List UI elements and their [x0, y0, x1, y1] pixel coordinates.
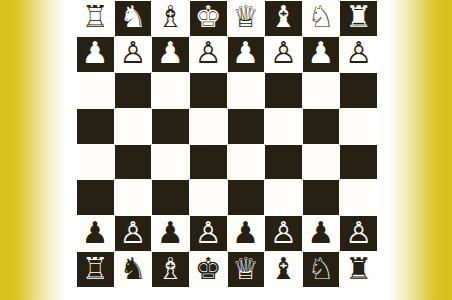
piece-black-king: ♚	[195, 254, 222, 284]
square-b7[interactable]: ♙	[115, 37, 152, 72]
square-d5[interactable]	[190, 109, 227, 144]
square-g2[interactable]: ♟	[303, 216, 340, 251]
square-f1[interactable]: ♝	[265, 252, 302, 287]
square-h7[interactable]: ♙	[340, 37, 377, 72]
page-background: ♖♞♗♚♕♝♘♜♟♙♟♙♟♙♟♙♟♙♟♙♟♙♟♙♖♞♗♚♕♝♘♜	[0, 0, 452, 300]
square-e2[interactable]: ♟	[228, 216, 265, 251]
piece-black-rook: ♜	[345, 254, 372, 284]
piece-white-bishop: ♝	[270, 2, 297, 32]
square-g4[interactable]	[303, 145, 340, 180]
piece-black-bishop: ♝	[270, 254, 297, 284]
square-h8[interactable]: ♜	[340, 1, 377, 36]
square-f6[interactable]	[265, 73, 302, 108]
square-h4[interactable]	[340, 145, 377, 180]
square-b6[interactable]	[115, 73, 152, 108]
piece-white-queen: ♕	[232, 2, 259, 32]
square-c6[interactable]	[152, 73, 189, 108]
square-h2[interactable]: ♙	[340, 216, 377, 251]
square-f8[interactable]: ♝	[265, 1, 302, 36]
piece-white-knight: ♘	[308, 2, 335, 32]
piece-white-bishop: ♗	[157, 2, 184, 32]
square-f7[interactable]: ♙	[265, 37, 302, 72]
square-e5[interactable]	[228, 109, 265, 144]
square-a5[interactable]	[77, 109, 114, 144]
square-g7[interactable]: ♟	[303, 37, 340, 72]
piece-white-knight: ♞	[119, 2, 146, 32]
square-e4[interactable]	[228, 145, 265, 180]
square-e7[interactable]: ♟	[228, 37, 265, 72]
piece-white-pawn: ♟	[308, 38, 335, 68]
piece-black-pawn: ♙	[345, 218, 372, 248]
piece-white-pawn: ♙	[119, 38, 146, 68]
piece-black-pawn: ♙	[270, 218, 297, 248]
piece-black-pawn: ♟	[157, 218, 184, 248]
piece-black-knight: ♞	[119, 254, 146, 284]
square-c3[interactable]	[152, 180, 189, 215]
square-g1[interactable]: ♘	[303, 252, 340, 287]
square-h3[interactable]	[340, 180, 377, 215]
piece-white-pawn: ♟	[157, 38, 184, 68]
square-b2[interactable]: ♙	[115, 216, 152, 251]
piece-white-rook: ♜	[345, 2, 372, 32]
square-f3[interactable]	[265, 180, 302, 215]
piece-black-pawn: ♙	[195, 218, 222, 248]
piece-black-pawn: ♟	[232, 218, 259, 248]
square-e3[interactable]	[228, 180, 265, 215]
piece-black-pawn: ♟	[308, 218, 335, 248]
piece-black-pawn: ♟	[82, 218, 109, 248]
square-e1[interactable]: ♕	[228, 252, 265, 287]
square-a2[interactable]: ♟	[77, 216, 114, 251]
chess-board: ♖♞♗♚♕♝♘♜♟♙♟♙♟♙♟♙♟♙♟♙♟♙♟♙♖♞♗♚♕♝♘♜	[77, 1, 377, 287]
square-f4[interactable]	[265, 145, 302, 180]
square-d8[interactable]: ♚	[190, 1, 227, 36]
square-f2[interactable]: ♙	[265, 216, 302, 251]
piece-white-pawn: ♙	[195, 38, 222, 68]
square-c7[interactable]: ♟	[152, 37, 189, 72]
piece-black-knight: ♘	[308, 254, 335, 284]
square-e6[interactable]	[228, 73, 265, 108]
square-g6[interactable]	[303, 73, 340, 108]
square-d1[interactable]: ♚	[190, 252, 227, 287]
piece-white-rook: ♖	[82, 2, 109, 32]
square-h6[interactable]	[340, 73, 377, 108]
square-g8[interactable]: ♘	[303, 1, 340, 36]
square-c4[interactable]	[152, 145, 189, 180]
square-d2[interactable]: ♙	[190, 216, 227, 251]
piece-black-queen: ♕	[232, 254, 259, 284]
square-c8[interactable]: ♗	[152, 1, 189, 36]
square-f5[interactable]	[265, 109, 302, 144]
square-c1[interactable]: ♗	[152, 252, 189, 287]
piece-white-pawn: ♙	[345, 38, 372, 68]
square-b1[interactable]: ♞	[115, 252, 152, 287]
square-g3[interactable]	[303, 180, 340, 215]
square-b8[interactable]: ♞	[115, 1, 152, 36]
piece-white-king: ♚	[195, 2, 222, 32]
square-d4[interactable]	[190, 145, 227, 180]
square-b5[interactable]	[115, 109, 152, 144]
square-d6[interactable]	[190, 73, 227, 108]
square-a7[interactable]: ♟	[77, 37, 114, 72]
square-b3[interactable]	[115, 180, 152, 215]
square-c2[interactable]: ♟	[152, 216, 189, 251]
square-e8[interactable]: ♕	[228, 1, 265, 36]
piece-white-pawn: ♙	[270, 38, 297, 68]
piece-white-pawn: ♟	[82, 38, 109, 68]
square-a3[interactable]	[77, 180, 114, 215]
square-a4[interactable]	[77, 145, 114, 180]
square-h1[interactable]: ♜	[340, 252, 377, 287]
square-h5[interactable]	[340, 109, 377, 144]
piece-black-bishop: ♗	[157, 254, 184, 284]
piece-white-pawn: ♟	[232, 38, 259, 68]
square-a6[interactable]	[77, 73, 114, 108]
square-d7[interactable]: ♙	[190, 37, 227, 72]
square-b4[interactable]	[115, 145, 152, 180]
square-g5[interactable]	[303, 109, 340, 144]
square-d3[interactable]	[190, 180, 227, 215]
piece-black-rook: ♖	[82, 254, 109, 284]
piece-black-pawn: ♙	[119, 218, 146, 248]
square-a1[interactable]: ♖	[77, 252, 114, 287]
square-c5[interactable]	[152, 109, 189, 144]
square-a8[interactable]: ♖	[77, 1, 114, 36]
